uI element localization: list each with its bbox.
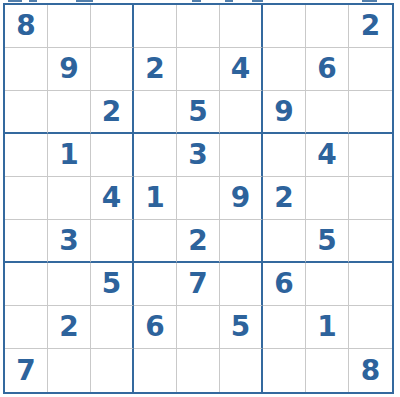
cell-r7c7[interactable]: 6 [263,263,306,306]
crop-artifact [225,0,233,2]
cell-r7c4[interactable] [134,263,177,306]
cell-r1c3[interactable] [91,5,134,48]
cell-r1c4[interactable] [134,5,177,48]
cell-r6c5[interactable]: 2 [177,220,220,263]
given-digit: 1 [145,184,164,212]
cell-r9c8[interactable] [306,349,349,392]
cell-r4c9[interactable] [349,134,392,177]
cell-r5c4[interactable]: 1 [134,177,177,220]
cell-r8c4[interactable]: 6 [134,306,177,349]
cell-r9c7[interactable] [263,349,306,392]
cell-r6c1[interactable] [5,220,48,263]
given-digit: 5 [317,227,336,255]
given-digit: 2 [188,227,207,255]
cell-r9c2[interactable] [48,349,91,392]
cell-r8c6[interactable]: 5 [220,306,263,349]
cell-r5c6[interactable]: 9 [220,177,263,220]
crop-artifact [8,0,22,2]
cell-r2c9[interactable] [349,48,392,91]
cell-r9c1[interactable]: 7 [5,349,48,392]
cell-r6c4[interactable] [134,220,177,263]
given-digit: 3 [59,227,78,255]
given-digit: 5 [188,98,207,126]
cell-r3c4[interactable] [134,91,177,134]
cell-r9c6[interactable] [220,349,263,392]
sudoku-screen: 8292462591344192325576265178 [0,0,400,397]
cell-r8c3[interactable] [91,306,134,349]
cell-r5c7[interactable]: 2 [263,177,306,220]
cell-r2c2[interactable]: 9 [48,48,91,91]
cell-r7c8[interactable] [306,263,349,306]
cell-r6c8[interactable]: 5 [306,220,349,263]
cell-r3c2[interactable] [48,91,91,134]
cell-r2c8[interactable]: 6 [306,48,349,91]
cell-r6c7[interactable] [263,220,306,263]
given-digit: 8 [16,12,35,40]
cell-r1c7[interactable] [263,5,306,48]
cell-r3c5[interactable]: 5 [177,91,220,134]
cell-r4c2[interactable]: 1 [48,134,91,177]
cell-r6c6[interactable] [220,220,263,263]
given-digit: 2 [361,12,380,40]
cell-r3c7[interactable]: 9 [263,91,306,134]
cell-r7c3[interactable]: 5 [91,263,134,306]
cell-r5c3[interactable]: 4 [91,177,134,220]
cell-r9c5[interactable] [177,349,220,392]
cell-r7c2[interactable] [48,263,91,306]
given-digit: 5 [231,313,250,341]
cell-r1c9[interactable]: 2 [349,5,392,48]
given-digit: 4 [317,141,336,169]
cell-r1c6[interactable] [220,5,263,48]
cell-r4c6[interactable] [220,134,263,177]
cell-r2c4[interactable]: 2 [134,48,177,91]
given-digit: 2 [102,98,121,126]
cell-r9c9[interactable]: 8 [349,349,392,392]
cell-r5c1[interactable] [5,177,48,220]
cell-r6c2[interactable]: 3 [48,220,91,263]
cell-r1c8[interactable] [306,5,349,48]
given-digit: 2 [145,55,164,83]
given-digit: 5 [102,270,121,298]
given-digit: 1 [317,313,336,341]
crop-artifact [76,0,93,2]
given-digit: 4 [231,55,250,83]
cell-r8c7[interactable] [263,306,306,349]
cell-r2c6[interactable]: 4 [220,48,263,91]
cell-r9c3[interactable] [91,349,134,392]
cell-r8c5[interactable] [177,306,220,349]
cell-r3c1[interactable] [5,91,48,134]
cell-r1c5[interactable] [177,5,220,48]
cell-r4c4[interactable] [134,134,177,177]
cell-r3c3[interactable]: 2 [91,91,134,134]
crop-artifact [252,0,263,2]
cell-r7c6[interactable] [220,263,263,306]
cell-r8c8[interactable]: 1 [306,306,349,349]
cell-r5c2[interactable] [48,177,91,220]
given-digit: 6 [274,270,293,298]
given-digit: 6 [145,313,164,341]
given-digit: 1 [59,141,78,169]
given-digit: 2 [59,313,78,341]
given-digit: 9 [231,184,250,212]
cell-r3c9[interactable] [349,91,392,134]
cell-r6c3[interactable] [91,220,134,263]
given-digit: 2 [274,184,293,212]
cell-r8c2[interactable]: 2 [48,306,91,349]
cell-r6c9[interactable] [349,220,392,263]
cell-r4c7[interactable] [263,134,306,177]
cell-r8c1[interactable] [5,306,48,349]
cell-r5c8[interactable] [306,177,349,220]
cell-r5c5[interactable] [177,177,220,220]
crop-artifact [192,0,201,2]
cell-r4c1[interactable] [5,134,48,177]
given-digit: 7 [16,357,35,385]
given-digit: 8 [361,357,380,385]
cell-r4c3[interactable] [91,134,134,177]
cell-r9c4[interactable] [134,349,177,392]
given-digit: 9 [274,98,293,126]
cell-r2c3[interactable] [91,48,134,91]
cell-r7c9[interactable] [349,263,392,306]
crop-artifact [29,0,37,2]
cell-r1c2[interactable] [48,5,91,48]
given-digit: 4 [102,184,121,212]
cell-r7c1[interactable] [5,263,48,306]
cell-r1c1[interactable]: 8 [5,5,48,48]
cell-r8c9[interactable] [349,306,392,349]
given-digit: 9 [59,55,78,83]
sudoku-board: 8292462591344192325576265178 [3,3,394,394]
crop-artifact [362,0,377,2]
given-digit: 6 [317,55,336,83]
cell-r2c7[interactable] [263,48,306,91]
given-digit: 7 [188,270,207,298]
cell-r2c5[interactable] [177,48,220,91]
cell-r2c1[interactable] [5,48,48,91]
cell-r4c8[interactable]: 4 [306,134,349,177]
given-digit: 3 [188,141,207,169]
cell-r5c9[interactable] [349,177,392,220]
cell-r3c6[interactable] [220,91,263,134]
cell-r4c5[interactable]: 3 [177,134,220,177]
cell-r3c8[interactable] [306,91,349,134]
cell-r7c5[interactable]: 7 [177,263,220,306]
